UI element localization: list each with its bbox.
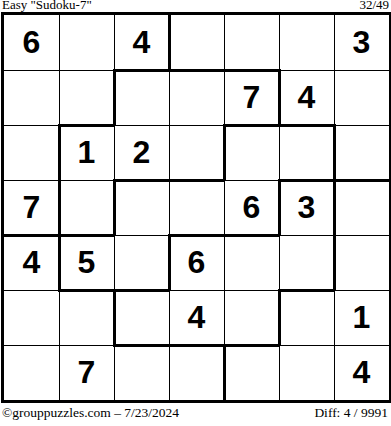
region-border	[113, 289, 170, 292]
cell-r6c6[interactable]	[279, 290, 334, 345]
cell-r4c1[interactable]: 7	[4, 180, 59, 235]
cell-r1c5[interactable]	[224, 15, 279, 70]
cell-r1c6[interactable]	[279, 15, 334, 70]
region-border	[278, 289, 335, 292]
region-border	[223, 124, 226, 181]
region-border	[58, 234, 115, 237]
region-border	[113, 344, 170, 347]
cell-r5c1[interactable]: 4	[4, 235, 59, 290]
region-border	[58, 124, 61, 181]
cell-r1c4[interactable]	[169, 15, 224, 70]
cell-r6c5[interactable]	[224, 290, 279, 345]
footer-difficulty: Diff: 4 / 9991	[314, 405, 388, 421]
region-border	[223, 124, 280, 127]
cell-r7c6[interactable]	[279, 345, 334, 400]
region-border	[58, 234, 61, 291]
cell-r5c5[interactable]	[224, 235, 279, 290]
cell-r2c3[interactable]	[114, 70, 169, 125]
cell-r3c5[interactable]	[224, 125, 279, 180]
cell-r4c3[interactable]	[114, 180, 169, 235]
cell-r2c1[interactable]	[4, 70, 59, 125]
cell-r6c4[interactable]: 4	[169, 290, 224, 345]
cell-r2c7[interactable]	[334, 70, 389, 125]
cell-r4c5[interactable]: 6	[224, 180, 279, 235]
region-border	[278, 289, 281, 346]
region-border	[333, 234, 336, 291]
region-border	[278, 124, 335, 127]
cell-r1c7[interactable]: 3	[334, 15, 389, 70]
cell-r1c1[interactable]: 6	[4, 15, 59, 70]
puzzle-page: Easy "Sudoku-7" 32/49 64374127634564174 …	[0, 0, 391, 426]
region-border	[58, 179, 61, 236]
region-border	[168, 234, 225, 237]
cell-r5c3[interactable]	[114, 235, 169, 290]
region-border	[113, 69, 116, 126]
region-border	[278, 179, 335, 182]
region-border	[113, 69, 170, 72]
cell-r2c5[interactable]: 7	[224, 70, 279, 125]
region-border	[168, 179, 225, 182]
cell-r5c2[interactable]: 5	[59, 235, 114, 290]
cell-r3c7[interactable]	[334, 125, 389, 180]
cell-r3c4[interactable]	[169, 125, 224, 180]
cell-r6c7[interactable]: 1	[334, 290, 389, 345]
cell-r2c4[interactable]	[169, 70, 224, 125]
region-border	[58, 124, 115, 127]
region-border	[168, 14, 171, 71]
cell-r4c6[interactable]: 3	[279, 180, 334, 235]
region-border	[168, 234, 171, 291]
cell-r6c1[interactable]	[4, 290, 59, 345]
cell-r7c2[interactable]: 7	[59, 345, 114, 400]
region-border	[223, 344, 226, 401]
region-border	[168, 69, 225, 72]
cell-r1c3[interactable]: 4	[114, 15, 169, 70]
region-border	[113, 289, 116, 346]
region-border	[113, 179, 170, 182]
cell-r7c1[interactable]	[4, 345, 59, 400]
cell-r3c3[interactable]: 2	[114, 125, 169, 180]
region-border	[278, 179, 281, 236]
cell-r7c4[interactable]	[169, 345, 224, 400]
grid-line	[169, 15, 170, 400]
cell-r6c3[interactable]	[114, 290, 169, 345]
region-border	[333, 179, 336, 236]
region-border	[333, 124, 336, 181]
cell-r3c1[interactable]	[4, 125, 59, 180]
cell-r2c2[interactable]	[59, 70, 114, 125]
cell-r3c2[interactable]: 1	[59, 125, 114, 180]
cell-r7c7[interactable]: 4	[334, 345, 389, 400]
cell-r4c7[interactable]	[334, 180, 389, 235]
cell-r5c7[interactable]	[334, 235, 389, 290]
progress-counter: 32/49	[359, 0, 389, 12]
cell-r4c4[interactable]	[169, 180, 224, 235]
region-border	[3, 234, 60, 237]
page-title: Easy "Sudoku-7"	[2, 0, 92, 12]
region-border	[333, 179, 390, 182]
grid-line	[224, 15, 225, 400]
cell-r1c2[interactable]	[59, 15, 114, 70]
header: Easy "Sudoku-7" 32/49	[2, 0, 389, 12]
sudoku-board: 64374127634564174	[1, 12, 391, 403]
region-border	[168, 344, 225, 347]
region-border	[113, 179, 116, 236]
cell-r2c6[interactable]: 4	[279, 70, 334, 125]
cell-r5c4[interactable]: 6	[169, 235, 224, 290]
cell-r7c5[interactable]	[224, 345, 279, 400]
cell-r4c2[interactable]	[59, 180, 114, 235]
cell-r5c6[interactable]	[279, 235, 334, 290]
region-border	[223, 344, 280, 347]
cell-r7c3[interactable]	[114, 345, 169, 400]
region-border	[223, 69, 280, 72]
region-border	[278, 69, 281, 126]
footer-copyright: ©grouppuzzles.com – 7/23/2024	[2, 405, 179, 421]
cell-r6c2[interactable]	[59, 290, 114, 345]
footer: ©grouppuzzles.com – 7/23/2024 Diff: 4 / …	[2, 405, 388, 421]
cell-r3c6[interactable]	[279, 125, 334, 180]
region-border	[223, 234, 280, 237]
region-border	[58, 289, 115, 292]
